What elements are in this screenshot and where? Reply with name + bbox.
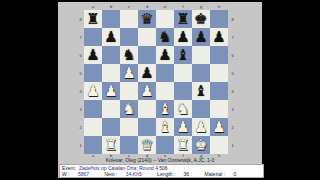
material-value: 0: [233, 171, 236, 177]
square-f4[interactable]: [174, 82, 192, 100]
white-bishop-e2: ♝: [158, 118, 171, 136]
square-g1[interactable]: ♚: [192, 136, 210, 154]
black-rook-f8: ♜: [176, 10, 189, 28]
white-knight-f3: ♞: [176, 100, 189, 118]
square-h6[interactable]: [210, 46, 228, 64]
square-e2[interactable]: ♝: [156, 118, 174, 136]
black-rook-a8: ♜: [86, 10, 99, 28]
white-pawn-g2: ♟: [194, 118, 207, 136]
coord-label: e: [156, 4, 174, 9]
square-h1[interactable]: [210, 136, 228, 154]
coord-label: 2: [230, 118, 235, 136]
square-a6[interactable]: ♟: [84, 46, 102, 64]
white-queen-d1: ♛: [140, 136, 153, 154]
white-king-g1: ♚: [194, 136, 207, 154]
black-king-g8: ♚: [194, 10, 207, 28]
square-b8[interactable]: [102, 10, 120, 28]
square-b3[interactable]: [102, 100, 120, 118]
square-g7[interactable]: ♟: [192, 28, 210, 46]
square-h8[interactable]: [210, 10, 228, 28]
coord-label: 4: [230, 82, 235, 100]
square-b6[interactable]: [102, 46, 120, 64]
square-d4[interactable]: ♟: [138, 82, 156, 100]
next-move-label: Next :: [104, 171, 117, 177]
coord-label: 5: [78, 64, 83, 82]
coord-label: c: [120, 4, 138, 9]
black-pawn-h7: ♟: [212, 28, 225, 46]
white-bishop-e3: ♝: [158, 100, 171, 118]
square-g2[interactable]: ♟: [192, 118, 210, 136]
square-b7[interactable]: ♟: [102, 28, 120, 46]
square-g3[interactable]: [192, 100, 210, 118]
square-c2[interactable]: [120, 118, 138, 136]
coord-label: 1: [78, 136, 83, 154]
white-label: W :: [62, 171, 70, 177]
square-h3[interactable]: [210, 100, 228, 118]
square-g6[interactable]: [192, 46, 210, 64]
square-d1[interactable]: ♛: [138, 136, 156, 154]
black-pawn-a6: ♟: [86, 46, 99, 64]
square-f8[interactable]: ♜: [174, 10, 192, 28]
black-pawn-e6: ♟: [158, 46, 171, 64]
coord-label: 7: [230, 28, 235, 46]
white-rook-f1: ♜: [176, 136, 189, 154]
square-h5[interactable]: [210, 64, 228, 82]
coord-label: 3: [78, 100, 83, 118]
square-c1[interactable]: [120, 136, 138, 154]
coord-label: 8: [230, 10, 235, 28]
coord-label: b: [102, 4, 120, 9]
coord-label: h: [210, 4, 228, 9]
square-f3[interactable]: ♞: [174, 100, 192, 118]
next-move-value: 34.Kh5: [126, 171, 142, 177]
square-h7[interactable]: ♟: [210, 28, 228, 46]
black-knight-c6: ♞: [122, 46, 135, 64]
square-c6[interactable]: ♞: [120, 46, 138, 64]
coord-label: 4: [78, 82, 83, 100]
square-e6[interactable]: ♟: [156, 46, 174, 64]
diagram-background: abcdefgh 87654321 87654321 abcdefgh ♜♛♜♚…: [58, 2, 262, 178]
square-d3[interactable]: [138, 100, 156, 118]
white-pawn-d4: ♟: [140, 82, 153, 100]
white-pawn-a4: ♟: [86, 82, 99, 100]
square-g5[interactable]: [192, 64, 210, 82]
white-rook-b1: ♜: [104, 136, 117, 154]
white-knight-c3: ♞: [122, 100, 135, 118]
black-knight-e7: ♞: [158, 28, 171, 46]
coord-label: 2: [78, 118, 83, 136]
square-a2[interactable]: [84, 118, 102, 136]
square-a7[interactable]: [84, 28, 102, 46]
black-pawn-b7: ♟: [104, 28, 117, 46]
coord-label: 6: [230, 46, 235, 64]
black-queen-d8: ♛: [140, 10, 153, 28]
chess-board: ♜♛♜♚♟♞♟♟♟♟♞♟♝♟♟♟♟♟♝♞♝♞♝♟♟♟♜♛♜♚: [84, 10, 228, 154]
white-pawn-c5: ♟: [122, 64, 135, 82]
square-d6[interactable]: [138, 46, 156, 64]
white-pawn-f2: ♟: [176, 118, 189, 136]
square-f6[interactable]: ♝: [174, 46, 192, 64]
square-b4[interactable]: ♟: [102, 82, 120, 100]
coord-label: d: [138, 4, 156, 9]
square-g4[interactable]: ♝: [192, 82, 210, 100]
square-b5[interactable]: [102, 64, 120, 82]
black-bishop-g4: ♝: [194, 82, 207, 100]
square-d2[interactable]: [138, 118, 156, 136]
square-a1[interactable]: [84, 136, 102, 154]
square-b2[interactable]: [102, 118, 120, 136]
video-frame: abcdefgh 87654321 87654321 abcdefgh ♜♛♜♚…: [0, 0, 320, 180]
material-label: Material :: [205, 171, 226, 177]
white-pawn-b4: ♟: [104, 82, 117, 100]
coord-label: 8: [78, 10, 83, 28]
square-c3[interactable]: ♞: [120, 100, 138, 118]
square-c7[interactable]: [120, 28, 138, 46]
coord-label: 6: [78, 46, 83, 64]
square-a4[interactable]: ♟: [84, 82, 102, 100]
black-pawn-d5: ♟: [140, 64, 153, 82]
white-value: 5867: [78, 171, 89, 177]
coord-label: g: [192, 4, 210, 9]
square-h2[interactable]: ♟: [210, 118, 228, 136]
black-pawn-f7: ♟: [176, 28, 189, 46]
file-labels-top: abcdefgh: [84, 4, 228, 9]
square-e1[interactable]: [156, 136, 174, 154]
square-h4[interactable]: [210, 82, 228, 100]
square-c4[interactable]: [120, 82, 138, 100]
players-result-line: Kolesar, Oleg (2140) -- Van Oosterwijk, …: [58, 157, 262, 163]
square-b1[interactable]: ♜: [102, 136, 120, 154]
square-f7[interactable]: ♟: [174, 28, 192, 46]
game-info-box: Event : Zadelhos op Catalan Orta; Round …: [59, 164, 264, 178]
square-f1[interactable]: ♜: [174, 136, 192, 154]
length-value: 36: [184, 171, 190, 177]
square-e3[interactable]: ♝: [156, 100, 174, 118]
square-a3[interactable]: [84, 100, 102, 118]
square-f5[interactable]: [174, 64, 192, 82]
square-e4[interactable]: [156, 82, 174, 100]
stats-line: W : 5867 Next : 34.Kh5 Length : 36 Mater…: [62, 171, 263, 177]
coord-label: 1: [230, 136, 235, 154]
square-f2[interactable]: ♟: [174, 118, 192, 136]
square-e5[interactable]: [156, 64, 174, 82]
square-d7[interactable]: [138, 28, 156, 46]
black-bishop-f6: ♝: [176, 46, 189, 64]
coord-label: 7: [78, 28, 83, 46]
square-d8[interactable]: ♛: [138, 10, 156, 28]
coord-label: f: [174, 4, 192, 9]
coord-label: 3: [230, 100, 235, 118]
square-e8[interactable]: [156, 10, 174, 28]
coord-label: a: [84, 4, 102, 9]
black-pawn-g7: ♟: [194, 28, 207, 46]
square-a8[interactable]: ♜: [84, 10, 102, 28]
square-e7[interactable]: ♞: [156, 28, 174, 46]
square-c8[interactable]: [120, 10, 138, 28]
white-pawn-h2: ♟: [212, 118, 225, 136]
coord-label: 5: [230, 64, 235, 82]
square-g8[interactable]: ♚: [192, 10, 210, 28]
rank-labels-right: 87654321: [230, 10, 235, 154]
rank-labels-left: 87654321: [78, 10, 83, 154]
length-label: Length :: [157, 171, 175, 177]
square-d5[interactable]: ♟: [138, 64, 156, 82]
square-c5[interactable]: ♟: [120, 64, 138, 82]
square-a5[interactable]: [84, 64, 102, 82]
